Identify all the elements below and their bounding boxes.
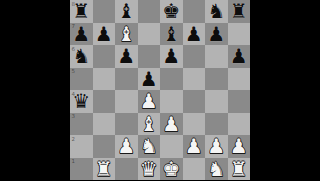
square-b6[interactable] xyxy=(93,45,116,68)
square-h1[interactable]: ♜ xyxy=(228,158,251,181)
square-e2[interactable] xyxy=(160,135,183,158)
piece-black-pawn[interactable]: ♟ xyxy=(160,45,183,68)
piece-white-knight[interactable]: ♞ xyxy=(205,158,228,181)
piece-white-bishop[interactable]: ♝ xyxy=(115,23,138,46)
square-b3[interactable] xyxy=(93,113,116,136)
piece-black-bishop[interactable]: ♝ xyxy=(115,0,138,23)
square-h6[interactable]: ♟ xyxy=(228,45,251,68)
square-e7[interactable]: ♝ xyxy=(160,23,183,46)
piece-black-rook[interactable]: ♜ xyxy=(228,0,251,23)
square-h5[interactable] xyxy=(228,68,251,91)
square-h2[interactable]: ♟ xyxy=(228,135,251,158)
square-b5[interactable] xyxy=(93,68,116,91)
square-e1[interactable]: ♚ xyxy=(160,158,183,181)
rank-label: 7 xyxy=(72,23,76,29)
square-d3[interactable]: ♝ xyxy=(138,113,161,136)
rank-label: 6 xyxy=(72,46,76,52)
square-e5[interactable] xyxy=(160,68,183,91)
square-c3[interactable] xyxy=(115,113,138,136)
square-a3[interactable]: 3 xyxy=(70,113,93,136)
square-b2[interactable] xyxy=(93,135,116,158)
piece-black-pawn[interactable]: ♟ xyxy=(93,23,116,46)
piece-black-pawn[interactable]: ♟ xyxy=(115,45,138,68)
square-f7[interactable]: ♟ xyxy=(183,23,206,46)
rank-label: 2 xyxy=(72,136,76,142)
piece-black-pawn[interactable]: ♟ xyxy=(205,23,228,46)
square-b7[interactable]: ♟ xyxy=(93,23,116,46)
piece-white-pawn[interactable]: ♟ xyxy=(138,90,161,113)
square-b1[interactable]: ♜ xyxy=(93,158,116,181)
square-c4[interactable] xyxy=(115,90,138,113)
square-c5[interactable] xyxy=(115,68,138,91)
square-e6[interactable]: ♟ xyxy=(160,45,183,68)
piece-black-knight[interactable]: ♞ xyxy=(205,0,228,23)
piece-white-pawn[interactable]: ♟ xyxy=(160,113,183,136)
square-g5[interactable] xyxy=(205,68,228,91)
piece-white-knight[interactable]: ♞ xyxy=(138,135,161,158)
rank-label: 4 xyxy=(72,91,76,97)
square-f1[interactable] xyxy=(183,158,206,181)
piece-white-pawn[interactable]: ♟ xyxy=(205,135,228,158)
square-e8[interactable]: ♚ xyxy=(160,0,183,23)
rank-label: 5 xyxy=(72,68,76,74)
square-a5[interactable]: 5 xyxy=(70,68,93,91)
square-g8[interactable]: ♞ xyxy=(205,0,228,23)
square-d2[interactable]: ♞ xyxy=(138,135,161,158)
piece-white-pawn[interactable]: ♟ xyxy=(228,135,251,158)
piece-black-bishop[interactable]: ♝ xyxy=(160,23,183,46)
square-d5[interactable]: ♟ xyxy=(138,68,161,91)
square-a2[interactable]: 2 xyxy=(70,135,93,158)
square-g3[interactable] xyxy=(205,113,228,136)
square-g2[interactable]: ♟ xyxy=(205,135,228,158)
square-b8[interactable] xyxy=(93,0,116,23)
piece-white-king[interactable]: ♚ xyxy=(160,158,183,181)
square-f5[interactable] xyxy=(183,68,206,91)
square-c7[interactable]: ♝ xyxy=(115,23,138,46)
square-a8[interactable]: 8♜ xyxy=(70,0,93,23)
chess-board: 8♜♝♚♞♜7♟♟♝♝♟♟6♞♟♟♟5♟4♛♟3♝♟2♟♞♟♟♟1♜♛♚♞♜ xyxy=(70,0,250,180)
piece-black-pawn[interactable]: ♟ xyxy=(138,68,161,91)
square-f8[interactable] xyxy=(183,0,206,23)
square-c8[interactable]: ♝ xyxy=(115,0,138,23)
square-b4[interactable] xyxy=(93,90,116,113)
square-f3[interactable] xyxy=(183,113,206,136)
piece-white-rook[interactable]: ♜ xyxy=(93,158,116,181)
square-h7[interactable] xyxy=(228,23,251,46)
square-h3[interactable] xyxy=(228,113,251,136)
square-h4[interactable] xyxy=(228,90,251,113)
square-d6[interactable] xyxy=(138,45,161,68)
square-c6[interactable]: ♟ xyxy=(115,45,138,68)
square-f6[interactable] xyxy=(183,45,206,68)
piece-black-king[interactable]: ♚ xyxy=(160,0,183,23)
square-a1[interactable]: 1 xyxy=(70,158,93,181)
piece-white-pawn[interactable]: ♟ xyxy=(183,135,206,158)
square-f4[interactable] xyxy=(183,90,206,113)
square-c2[interactable]: ♟ xyxy=(115,135,138,158)
square-d7[interactable] xyxy=(138,23,161,46)
square-a4[interactable]: 4♛ xyxy=(70,90,93,113)
piece-white-pawn[interactable]: ♟ xyxy=(115,135,138,158)
square-d8[interactable] xyxy=(138,0,161,23)
rank-label: 1 xyxy=(72,158,76,164)
square-a7[interactable]: 7♟ xyxy=(70,23,93,46)
square-d1[interactable]: ♛ xyxy=(138,158,161,181)
square-a6[interactable]: 6♞ xyxy=(70,45,93,68)
piece-black-pawn[interactable]: ♟ xyxy=(228,45,251,68)
piece-black-pawn[interactable]: ♟ xyxy=(183,23,206,46)
letterboxed-canvas: 8♜♝♚♞♜7♟♟♝♝♟♟6♞♟♟♟5♟4♛♟3♝♟2♟♞♟♟♟1♜♛♚♞♜ xyxy=(0,0,320,180)
square-h8[interactable]: ♜ xyxy=(228,0,251,23)
square-g4[interactable] xyxy=(205,90,228,113)
square-d4[interactable]: ♟ xyxy=(138,90,161,113)
piece-white-rook[interactable]: ♜ xyxy=(228,158,251,181)
piece-white-queen[interactable]: ♛ xyxy=(138,158,161,181)
rank-label: 8 xyxy=(72,1,76,7)
square-e3[interactable]: ♟ xyxy=(160,113,183,136)
square-f2[interactable]: ♟ xyxy=(183,135,206,158)
piece-white-bishop[interactable]: ♝ xyxy=(138,113,161,136)
square-g6[interactable] xyxy=(205,45,228,68)
square-c1[interactable] xyxy=(115,158,138,181)
rank-label: 3 xyxy=(72,113,76,119)
square-g7[interactable]: ♟ xyxy=(205,23,228,46)
square-e4[interactable] xyxy=(160,90,183,113)
square-g1[interactable]: ♞ xyxy=(205,158,228,181)
